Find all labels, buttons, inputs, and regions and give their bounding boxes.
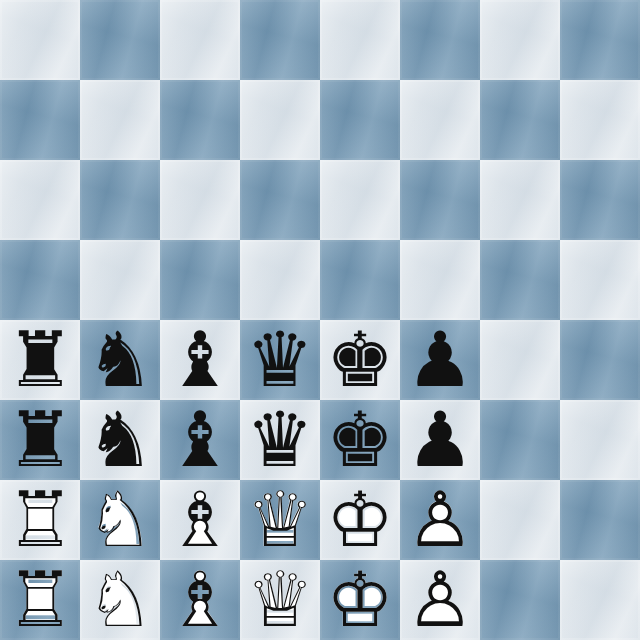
- square-b4[interactable]: ♞: [80, 320, 160, 400]
- square-d6[interactable]: [240, 160, 320, 240]
- black-king-piece[interactable]: ♚: [320, 320, 400, 400]
- square-h7[interactable]: [560, 80, 640, 160]
- square-c4[interactable]: ♝: [160, 320, 240, 400]
- square-h3[interactable]: [560, 400, 640, 480]
- black-knight-icon: ♞: [80, 320, 160, 400]
- white-king-piece[interactable]: ♚♔: [320, 560, 400, 640]
- square-a7[interactable]: [0, 80, 80, 160]
- white-pawn-piece[interactable]: ♟♙: [400, 560, 480, 640]
- white-knight-icon: ♘: [80, 560, 160, 640]
- white-knight-icon: ♘: [80, 480, 160, 560]
- square-a5[interactable]: [0, 240, 80, 320]
- square-e3[interactable]: ♚: [320, 400, 400, 480]
- square-f8[interactable]: [400, 0, 480, 80]
- white-pawn-icon: ♙: [400, 560, 480, 640]
- square-c5[interactable]: [160, 240, 240, 320]
- square-b3[interactable]: ♞: [80, 400, 160, 480]
- black-pawn-piece[interactable]: ♟: [400, 320, 480, 400]
- black-king-icon: ♚: [320, 320, 400, 400]
- square-g5[interactable]: [480, 240, 560, 320]
- square-g8[interactable]: [480, 0, 560, 80]
- square-a1[interactable]: ♜♖: [0, 560, 80, 640]
- square-d7[interactable]: [240, 80, 320, 160]
- square-e4[interactable]: ♚: [320, 320, 400, 400]
- white-knight-piece[interactable]: ♞♘: [80, 480, 160, 560]
- square-e1[interactable]: ♚♔: [320, 560, 400, 640]
- square-g6[interactable]: [480, 160, 560, 240]
- square-f6[interactable]: [400, 160, 480, 240]
- square-a3[interactable]: ♜: [0, 400, 80, 480]
- square-b8[interactable]: [80, 0, 160, 80]
- square-f1[interactable]: ♟♙: [400, 560, 480, 640]
- black-bishop-piece[interactable]: ♝: [160, 400, 240, 480]
- square-e6[interactable]: [320, 160, 400, 240]
- white-rook-piece[interactable]: ♜♖: [0, 560, 80, 640]
- square-f2[interactable]: ♟♙: [400, 480, 480, 560]
- black-rook-icon: ♜: [0, 400, 80, 480]
- square-d2[interactable]: ♛♕: [240, 480, 320, 560]
- square-a2[interactable]: ♜♖: [0, 480, 80, 560]
- square-b7[interactable]: [80, 80, 160, 160]
- square-a6[interactable]: [0, 160, 80, 240]
- square-h5[interactable]: [560, 240, 640, 320]
- black-bishop-icon: ♝: [160, 400, 240, 480]
- square-d5[interactable]: [240, 240, 320, 320]
- square-g3[interactable]: [480, 400, 560, 480]
- black-pawn-icon: ♟: [400, 400, 480, 480]
- white-queen-icon: ♕: [240, 560, 320, 640]
- square-h4[interactable]: [560, 320, 640, 400]
- square-c3[interactable]: ♝: [160, 400, 240, 480]
- black-rook-piece[interactable]: ♜: [0, 320, 80, 400]
- white-king-icon: ♔: [320, 480, 400, 560]
- square-h6[interactable]: [560, 160, 640, 240]
- square-h2[interactable]: [560, 480, 640, 560]
- square-g2[interactable]: [480, 480, 560, 560]
- black-queen-icon: ♛: [240, 320, 320, 400]
- square-a4[interactable]: ♜: [0, 320, 80, 400]
- white-pawn-piece[interactable]: ♟♙: [400, 480, 480, 560]
- white-bishop-icon: ♗: [160, 480, 240, 560]
- black-bishop-icon: ♝: [160, 320, 240, 400]
- square-d4[interactable]: ♛: [240, 320, 320, 400]
- square-d3[interactable]: ♛: [240, 400, 320, 480]
- square-e2[interactable]: ♚♔: [320, 480, 400, 560]
- square-h8[interactable]: [560, 0, 640, 80]
- black-queen-icon: ♛: [240, 400, 320, 480]
- black-king-piece[interactable]: ♚: [320, 400, 400, 480]
- white-king-piece[interactable]: ♚♔: [320, 480, 400, 560]
- black-rook-piece[interactable]: ♜: [0, 400, 80, 480]
- white-pawn-icon: ♙: [400, 480, 480, 560]
- black-queen-piece[interactable]: ♛: [240, 320, 320, 400]
- square-g1[interactable]: [480, 560, 560, 640]
- black-pawn-piece[interactable]: ♟: [400, 400, 480, 480]
- square-h1[interactable]: [560, 560, 640, 640]
- white-queen-piece[interactable]: ♛♕: [240, 480, 320, 560]
- square-f5[interactable]: [400, 240, 480, 320]
- white-bishop-piece[interactable]: ♝♗: [160, 480, 240, 560]
- square-c6[interactable]: [160, 160, 240, 240]
- white-queen-piece[interactable]: ♛♕: [240, 560, 320, 640]
- black-knight-icon: ♞: [80, 400, 160, 480]
- square-c8[interactable]: [160, 0, 240, 80]
- white-rook-piece[interactable]: ♜♖: [0, 480, 80, 560]
- square-c1[interactable]: ♝♗: [160, 560, 240, 640]
- square-e7[interactable]: [320, 80, 400, 160]
- square-g7[interactable]: [480, 80, 560, 160]
- white-knight-piece[interactable]: ♞♘: [80, 560, 160, 640]
- square-c7[interactable]: [160, 80, 240, 160]
- black-pawn-icon: ♟: [400, 320, 480, 400]
- square-b1[interactable]: ♞♘: [80, 560, 160, 640]
- square-b6[interactable]: [80, 160, 160, 240]
- square-b5[interactable]: [80, 240, 160, 320]
- square-c2[interactable]: ♝♗: [160, 480, 240, 560]
- black-knight-piece[interactable]: ♞: [80, 320, 160, 400]
- white-rook-icon: ♖: [0, 480, 80, 560]
- square-f4[interactable]: ♟: [400, 320, 480, 400]
- square-f7[interactable]: [400, 80, 480, 160]
- square-b2[interactable]: ♞♘: [80, 480, 160, 560]
- square-e5[interactable]: [320, 240, 400, 320]
- square-g4[interactable]: [480, 320, 560, 400]
- square-a8[interactable]: [0, 0, 80, 80]
- white-queen-icon: ♕: [240, 480, 320, 560]
- black-rook-icon: ♜: [0, 320, 80, 400]
- black-bishop-piece[interactable]: ♝: [160, 320, 240, 400]
- white-bishop-icon: ♗: [160, 560, 240, 640]
- square-d1[interactable]: ♛♕: [240, 560, 320, 640]
- white-bishop-piece[interactable]: ♝♗: [160, 560, 240, 640]
- black-queen-piece[interactable]: ♛: [240, 400, 320, 480]
- black-knight-piece[interactable]: ♞: [80, 400, 160, 480]
- square-f3[interactable]: ♟: [400, 400, 480, 480]
- white-king-icon: ♔: [320, 560, 400, 640]
- white-rook-icon: ♖: [0, 560, 80, 640]
- square-e8[interactable]: [320, 0, 400, 80]
- chess-board: ♜♞♝♛♚♟♜♞♝♛♚♟♜♖♞♘♝♗♛♕♚♔♟♙♜♖♞♘♝♗♛♕♚♔♟♙: [0, 0, 640, 640]
- black-king-icon: ♚: [320, 400, 400, 480]
- square-d8[interactable]: [240, 0, 320, 80]
